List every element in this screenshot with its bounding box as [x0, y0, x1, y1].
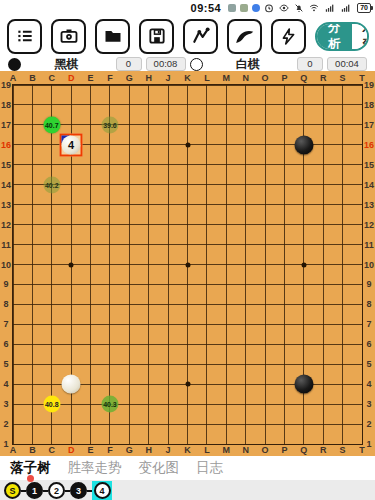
coord-letter-label: A — [10, 445, 17, 455]
stone-black-Q16[interactable] — [294, 135, 313, 154]
tab-胜率走势[interactable]: 胜率走势 — [68, 459, 122, 477]
coord-letter-label: S — [340, 73, 346, 83]
bird-engine-icon — [234, 26, 255, 47]
wifi-icon — [308, 3, 320, 13]
grid-line-horizontal — [13, 344, 362, 345]
coord-number-label: 12 — [364, 220, 374, 230]
coord-number-label: 7 — [366, 319, 371, 329]
coord-letter-label: F — [107, 445, 113, 455]
grid-line-vertical — [284, 85, 285, 444]
coord-letter-label: E — [88, 445, 94, 455]
coord-letter-label: N — [242, 73, 249, 83]
coord-letter-label: R — [320, 445, 327, 455]
tree-node-4[interactable]: 4 — [94, 482, 111, 499]
grid-line-vertical — [206, 85, 207, 444]
black-stone-icon — [8, 58, 21, 71]
coord-letter-label: Q — [300, 445, 307, 455]
grid-line-horizontal — [13, 364, 362, 365]
coord-letter-label: T — [359, 445, 365, 455]
ai-hint-C17[interactable]: 40.7 — [43, 116, 60, 133]
coord-letter-label: M — [223, 445, 231, 455]
save-button[interactable] — [139, 19, 174, 54]
white-stone-icon — [190, 58, 203, 71]
coord-letter-label: B — [29, 73, 36, 83]
tab-notification-dot — [27, 475, 34, 482]
mute-bell-icon — [294, 3, 304, 13]
coord-number-label: 2 — [366, 419, 371, 429]
grid-line-horizontal — [13, 324, 362, 325]
coord-letter-label: D — [68, 73, 75, 83]
signal-bars-icon — [324, 3, 336, 13]
black-player-name: 黑棋 — [21, 56, 112, 73]
coord-number-label: 4 — [366, 379, 371, 389]
coord-number-label: 15 — [1, 160, 11, 170]
notification-app-icon — [240, 4, 248, 12]
coord-number-label: 18 — [1, 100, 11, 110]
coord-number-label: 8 — [3, 299, 8, 309]
clock-time: 09:54 — [191, 2, 222, 14]
coord-number-label: 18 — [364, 100, 374, 110]
coord-letter-label: L — [204, 73, 210, 83]
coord-number-label: 16 — [1, 140, 11, 150]
coord-letter-label: K — [184, 445, 191, 455]
quick-analysis-button[interactable] — [271, 19, 306, 54]
stone-white-D16[interactable]: 4 — [62, 135, 81, 154]
go-app-screen: { "game": "go", "statusbar": { "time": "… — [0, 0, 375, 500]
coord-number-label: 16 — [364, 140, 374, 150]
coord-number-label: 11 — [1, 240, 11, 250]
coord-letter-label: M — [223, 73, 231, 83]
coord-number-label: 10 — [1, 260, 11, 270]
save-floppy-icon — [147, 26, 167, 46]
coord-letter-label: O — [262, 445, 269, 455]
coord-letter-label: C — [49, 73, 56, 83]
grid-line-vertical — [323, 85, 324, 444]
tab-变化图[interactable]: 变化图 — [139, 459, 180, 477]
current-move-marker-D16[interactable]: 4 — [60, 133, 83, 156]
grid-line-horizontal — [13, 424, 362, 425]
coord-number-label: 6 — [366, 339, 371, 349]
coord-letter-label: H — [145, 445, 152, 455]
star-point — [185, 382, 190, 387]
tree-node-2[interactable]: 2 — [48, 482, 65, 499]
black-clock: 00:08 — [146, 57, 186, 71]
coord-number-label: 6 — [3, 339, 8, 349]
coord-number-label: 1 — [366, 439, 371, 449]
coord-number-label: 1 — [3, 439, 8, 449]
alarm-icon — [264, 3, 274, 13]
star-point — [69, 262, 74, 267]
coord-letter-label: B — [29, 445, 36, 455]
coord-letter-label: P — [281, 73, 287, 83]
white-captures: 0 — [297, 57, 323, 71]
coord-letter-label: D — [68, 445, 75, 455]
coord-letter-label: L — [204, 445, 210, 455]
white-clock: 00:04 — [327, 57, 367, 71]
coord-number-label: 3 — [366, 399, 371, 409]
ai-hint-F17[interactable]: 39.6 — [101, 116, 118, 133]
lightning-icon — [279, 27, 298, 46]
move-tree-bar: S1234 — [0, 480, 375, 500]
folder-icon — [103, 26, 123, 46]
players-bar: 黑棋 0 00:08 白棋 0 00:04 — [0, 57, 375, 71]
star-point — [185, 142, 190, 147]
coord-letter-label: N — [242, 445, 249, 455]
ai-hint-F3[interactable]: 40.3 — [101, 396, 118, 413]
coord-number-label: 14 — [364, 180, 374, 190]
camera-icon — [59, 26, 79, 46]
status-bar: 09:54 70 — [0, 0, 375, 15]
notification-app-icon — [228, 4, 236, 12]
coord-number-label: 17 — [1, 120, 11, 130]
star-point — [185, 262, 190, 267]
menu-list-button[interactable] — [7, 19, 42, 54]
grid-line-vertical — [245, 85, 246, 444]
coord-number-label: 10 — [364, 260, 374, 270]
tab-日志[interactable]: 日志 — [196, 459, 223, 477]
coord-letter-label: C — [49, 445, 56, 455]
ai-hint-C3[interactable]: 40.8 — [43, 396, 60, 413]
grid-line-vertical — [362, 85, 363, 444]
grid-line-vertical — [226, 85, 227, 444]
black-captures: 0 — [116, 57, 142, 71]
coord-number-label: 7 — [3, 319, 8, 329]
coord-number-label: 12 — [1, 220, 11, 230]
coord-letter-label: F — [107, 73, 113, 83]
signal-bars-icon — [340, 3, 352, 13]
coord-number-label: 14 — [1, 180, 11, 190]
grid-line-horizontal — [13, 304, 362, 305]
move-graph-button[interactable] — [183, 19, 218, 54]
coord-number-label: 15 — [364, 160, 374, 170]
coord-number-label: 9 — [3, 279, 8, 289]
toolbar: 分析 对弈 — [0, 15, 375, 57]
coord-letter-label: O — [262, 73, 269, 83]
coord-number-label: 8 — [366, 299, 371, 309]
coord-letter-label: G — [126, 445, 133, 455]
coord-letter-label: R — [320, 73, 327, 83]
coord-number-label: 13 — [1, 200, 11, 210]
coord-number-label: 5 — [3, 359, 8, 369]
coord-letter-label: S — [340, 445, 346, 455]
grid-line-vertical — [265, 85, 266, 444]
coord-number-label: 13 — [364, 200, 374, 210]
coord-number-label: 3 — [3, 399, 8, 409]
tree-node-1[interactable]: 1 — [26, 482, 43, 499]
coord-number-label: 11 — [364, 240, 374, 250]
grid-line-horizontal — [13, 404, 362, 405]
mode-toggle: 分析 对弈 — [315, 22, 369, 51]
menu-list-icon — [15, 26, 35, 46]
grid-line-vertical — [342, 85, 343, 444]
tree-node-3[interactable]: 3 — [70, 482, 87, 499]
coord-number-label: 5 — [366, 359, 371, 369]
battery-indicator: 70 — [357, 3, 371, 13]
coord-number-label: 17 — [364, 120, 374, 130]
stone-black-Q4[interactable] — [294, 375, 313, 394]
coord-letter-label: E — [88, 73, 94, 83]
white-player-panel: 白棋 0 00:04 — [190, 56, 368, 73]
tree-node-S[interactable]: S — [4, 482, 21, 499]
coord-number-label: 19 — [364, 80, 374, 90]
move-graph-icon — [191, 26, 211, 46]
play-mode-button[interactable]: 对弈 — [352, 24, 370, 49]
coord-letter-label: P — [281, 445, 287, 455]
coord-letter-label: G — [126, 73, 133, 83]
coord-letter-label: Q — [300, 73, 307, 83]
black-player-panel: 黑棋 0 00:08 — [8, 56, 186, 73]
bottom-tabs: 落子树胜率走势变化图日志 — [0, 456, 375, 480]
coord-number-label: 19 — [1, 80, 11, 90]
coord-letter-label: K — [184, 73, 191, 83]
coord-letter-label: J — [166, 73, 171, 83]
engine-bird-button[interactable] — [227, 19, 262, 54]
grid-line-horizontal — [13, 284, 362, 285]
white-player-name: 白棋 — [203, 56, 294, 73]
coord-letter-label: J — [166, 445, 171, 455]
notification-app-icon — [252, 4, 260, 12]
tree-current-node-highlight: 4 — [92, 481, 112, 500]
coord-number-label: 4 — [3, 379, 8, 389]
go-board[interactable]: AABBCCDDEEFFGGHHJJKKLLMMNNOOPPQQRRSSTT19… — [0, 71, 375, 456]
analyze-mode-button[interactable]: 分析 — [317, 24, 352, 49]
camera-button[interactable] — [51, 19, 86, 54]
stone-white-D4[interactable] — [62, 375, 81, 394]
eye-comfort-icon — [278, 3, 290, 13]
coord-letter-label: H — [145, 73, 152, 83]
star-point — [301, 262, 306, 267]
coord-number-label: 2 — [3, 419, 8, 429]
coord-number-label: 9 — [366, 279, 371, 289]
ai-hint-C14[interactable]: 40.2 — [43, 176, 60, 193]
open-folder-button[interactable] — [95, 19, 130, 54]
